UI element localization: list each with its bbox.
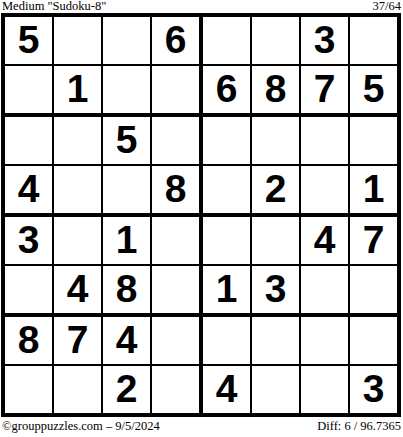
empty-cell-r4c3[interactable] — [103, 166, 152, 217]
empty-cell-r8c7[interactable] — [301, 366, 350, 413]
puzzle-title: Medium "Sudoku-8" — [2, 0, 106, 13]
empty-cell-r8c6[interactable] — [252, 366, 301, 413]
given-cell-r8c5: 4 — [203, 366, 252, 413]
given-cell-r4c8: 1 — [350, 166, 397, 217]
empty-cell-r7c6[interactable] — [252, 317, 301, 366]
given-cell-r2c2: 1 — [54, 66, 103, 117]
empty-cell-r7c5[interactable] — [203, 317, 252, 366]
empty-cell-r6c1[interactable] — [5, 266, 54, 317]
empty-cell-r7c8[interactable] — [350, 317, 397, 366]
empty-cell-r6c4[interactable] — [152, 266, 203, 317]
empty-cell-r4c5[interactable] — [203, 166, 252, 217]
empty-cell-r1c3[interactable] — [103, 17, 152, 66]
given-cell-r8c8: 3 — [350, 366, 397, 413]
empty-cell-r3c8[interactable] — [350, 117, 397, 166]
empty-cell-r6c8[interactable] — [350, 266, 397, 317]
empty-count-badge: 37/64 — [373, 0, 401, 13]
given-cell-r2c5: 6 — [203, 66, 252, 117]
given-cell-r1c1: 5 — [5, 17, 54, 66]
given-cell-r1c7: 3 — [301, 17, 350, 66]
given-cell-r5c8: 7 — [350, 217, 397, 266]
empty-cell-r2c4[interactable] — [152, 66, 203, 117]
empty-cell-r3c2[interactable] — [54, 117, 103, 166]
given-cell-r3c3: 5 — [103, 117, 152, 166]
empty-cell-r2c1[interactable] — [5, 66, 54, 117]
given-cell-r5c1: 3 — [5, 217, 54, 266]
given-cell-r4c4: 8 — [152, 166, 203, 217]
given-cell-r4c1: 4 — [5, 166, 54, 217]
empty-cell-r1c2[interactable] — [54, 17, 103, 66]
given-cell-r7c1: 8 — [5, 317, 54, 366]
footer: ©grouppuzzles.com – 9/5/2024 Diff: 6 / 9… — [2, 419, 401, 434]
difficulty-text: Diff: 6 / 96.7365 — [317, 419, 401, 434]
given-cell-r7c2: 7 — [54, 317, 103, 366]
empty-cell-r8c1[interactable] — [5, 366, 54, 413]
copyright-text: ©grouppuzzles.com – 9/5/2024 — [2, 419, 160, 434]
given-cell-r2c7: 7 — [301, 66, 350, 117]
empty-cell-r3c5[interactable] — [203, 117, 252, 166]
given-cell-r2c6: 8 — [252, 66, 301, 117]
empty-cell-r5c5[interactable] — [203, 217, 252, 266]
empty-cell-r7c7[interactable] — [301, 317, 350, 366]
empty-cell-r1c8[interactable] — [350, 17, 397, 66]
given-cell-r5c7: 4 — [301, 217, 350, 266]
sudoku-board: 563168755482131474813874243 — [1, 13, 401, 417]
empty-cell-r1c5[interactable] — [203, 17, 252, 66]
empty-cell-r4c2[interactable] — [54, 166, 103, 217]
sudoku-page: Medium "Sudoku-8" 37/64 5631687554821314… — [0, 0, 403, 437]
given-cell-r5c3: 1 — [103, 217, 152, 266]
given-cell-r4c6: 2 — [252, 166, 301, 217]
given-cell-r1c4: 6 — [152, 17, 203, 66]
given-cell-r6c6: 3 — [252, 266, 301, 317]
empty-cell-r7c4[interactable] — [152, 317, 203, 366]
empty-cell-r2c3[interactable] — [103, 66, 152, 117]
empty-cell-r5c2[interactable] — [54, 217, 103, 266]
empty-cell-r1c6[interactable] — [252, 17, 301, 66]
empty-cell-r4c7[interactable] — [301, 166, 350, 217]
empty-cell-r3c4[interactable] — [152, 117, 203, 166]
empty-cell-r3c7[interactable] — [301, 117, 350, 166]
empty-cell-r8c4[interactable] — [152, 366, 203, 413]
empty-cell-r3c6[interactable] — [252, 117, 301, 166]
empty-cell-r8c2[interactable] — [54, 366, 103, 413]
given-cell-r6c2: 4 — [54, 266, 103, 317]
given-cell-r2c8: 5 — [350, 66, 397, 117]
empty-cell-r6c7[interactable] — [301, 266, 350, 317]
given-cell-r6c3: 8 — [103, 266, 152, 317]
empty-cell-r5c4[interactable] — [152, 217, 203, 266]
given-cell-r6c5: 1 — [203, 266, 252, 317]
empty-cell-r3c1[interactable] — [5, 117, 54, 166]
empty-cell-r5c6[interactable] — [252, 217, 301, 266]
header: Medium "Sudoku-8" 37/64 — [2, 0, 401, 13]
given-cell-r8c3: 2 — [103, 366, 152, 413]
given-cell-r7c3: 4 — [103, 317, 152, 366]
